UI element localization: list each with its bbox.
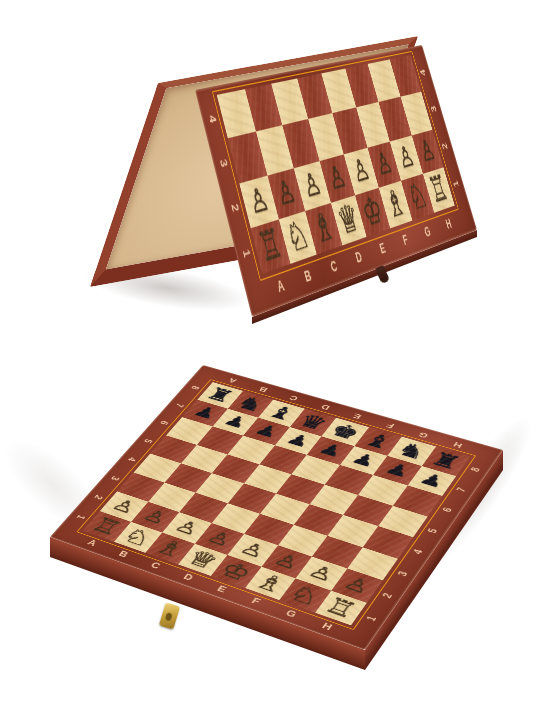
rank-label-right: 3: [395, 569, 411, 577]
rank-label-left: 1: [241, 248, 254, 260]
piece-white-pawn: ♙: [300, 168, 324, 203]
file-label-near: D: [354, 249, 364, 266]
piece-white-pawn: ♙: [417, 136, 438, 167]
piece-black-pawn: ♟: [220, 413, 250, 431]
piece-white-pawn: ♙: [171, 517, 203, 538]
file-label-far: C: [287, 394, 300, 403]
file-label-near: G: [284, 608, 299, 619]
rank-label-right: 4: [418, 68, 427, 76]
rank-label-left: 7: [173, 402, 187, 409]
piece-white-pawn: ♙: [305, 562, 338, 585]
rank-label-right: 8: [467, 466, 482, 473]
file-label-far: F: [384, 421, 396, 430]
file-label-near: D: [181, 572, 195, 583]
piece-white-pawn: ♙: [236, 539, 269, 561]
file-label-far: E: [351, 412, 363, 421]
piece-white-pawn: ♙: [373, 148, 395, 180]
piece-white-pawn: ♙: [274, 176, 299, 212]
piece-white-pawn: ♙: [270, 550, 303, 572]
file-label-near: C: [149, 560, 163, 570]
rank-label-right: 1: [363, 614, 379, 623]
file-label-near: F: [401, 232, 410, 248]
rank-label-right: 2: [379, 591, 395, 600]
rank-label-right: 4: [410, 548, 426, 556]
rank-label-right: 3: [429, 104, 438, 113]
piece-white-pawn: ♙: [350, 155, 373, 188]
file-label-far: B: [257, 385, 270, 393]
product-photo: { "game": "chess", "scene": "Folding woo…: [0, 0, 540, 720]
file-label-near: G: [423, 224, 433, 240]
brass-clasp-icon: [159, 602, 180, 629]
rank-label-left: 3: [218, 158, 231, 169]
piece-black-pawn: ♟: [348, 450, 379, 470]
file-label-near: H: [320, 621, 335, 632]
piece-black-pawn: ♟: [251, 422, 281, 441]
rank-label-right: 7: [454, 486, 470, 494]
piece-black-pawn: ♟: [283, 431, 314, 450]
piece-black-pawn: ♟: [416, 470, 448, 490]
rank-label-right: 6: [439, 506, 455, 514]
piece-white-pawn: ♙: [139, 507, 171, 528]
file-label-near: A: [276, 277, 287, 296]
rank-label-right: 1: [451, 179, 460, 188]
piece-white-pawn: ♙: [246, 183, 272, 219]
piece-white-pawn: ♙: [203, 528, 235, 549]
piece-black-pawn: ♟: [315, 441, 346, 460]
file-label-near: A: [85, 538, 99, 548]
piece-white-pawn: ♙: [325, 161, 349, 195]
piece-black-pawn: ♟: [190, 404, 220, 422]
piece-white-pawn: ♙: [340, 574, 374, 597]
rank-label-right: 2: [440, 142, 449, 151]
file-label-near: H: [444, 216, 453, 232]
rank-label-left: 6: [157, 420, 171, 427]
rank-label-left: 2: [229, 203, 242, 214]
rank-label-left: 8: [188, 385, 202, 391]
open-chess-board: ♜♞♝♛♚♝♞♜♟♟♟♟♟♟♟♟♙♙♙♙♙♙♙♙♖♘♗♕♔♗♘♖AABBCCDD…: [50, 365, 503, 650]
file-label-near: C: [329, 258, 339, 276]
rank-label-left: 4: [206, 114, 219, 124]
folded-half-board: ♙♙♙♙♙♙♙♙♖♘♗♕♔♗♘♖ABCDEFGH44332211: [195, 45, 477, 317]
file-label-near: F: [250, 596, 263, 607]
photo-scene: ♙♙♙♙♙♙♙♙♖♘♗♕♔♗♘♖ABCDEFGH44332211 ♜♞♝♛♚♝♞…: [0, 0, 540, 720]
file-label-near: E: [215, 584, 229, 595]
file-label-far: A: [226, 376, 239, 384]
piece-white-pawn: ♙: [108, 496, 139, 516]
piece-black-pawn: ♟: [382, 460, 414, 480]
file-label-near: B: [117, 549, 131, 559]
file-label-near: B: [303, 267, 314, 285]
rank-label-right: 5: [425, 527, 441, 535]
file-label-near: E: [378, 240, 387, 257]
